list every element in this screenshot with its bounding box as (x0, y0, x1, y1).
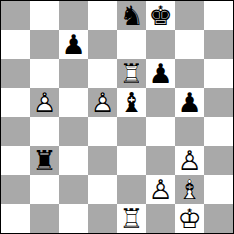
square-e1[interactable]: ♜♖ (117, 204, 146, 233)
white-rook-piece: ♜♖ (117, 59, 146, 88)
square-f2[interactable]: ♟♙ (146, 175, 175, 204)
square-b5[interactable]: ♟♙ (30, 88, 59, 117)
square-h2[interactable] (204, 175, 233, 204)
square-h5[interactable] (204, 88, 233, 117)
square-d8[interactable] (88, 1, 117, 30)
square-a2[interactable] (1, 175, 30, 204)
square-h1[interactable] (204, 204, 233, 233)
square-g7[interactable] (175, 30, 204, 59)
black-pawn-piece: ♟ (146, 59, 175, 88)
square-g5[interactable]: ♟ (175, 88, 204, 117)
square-a3[interactable] (1, 146, 30, 175)
square-g1[interactable]: ♚♔ (175, 204, 204, 233)
square-c2[interactable] (59, 175, 88, 204)
square-h6[interactable] (204, 59, 233, 88)
square-a7[interactable] (1, 30, 30, 59)
square-b2[interactable] (30, 175, 59, 204)
black-rook-piece: ♜ (30, 146, 59, 175)
square-c3[interactable] (59, 146, 88, 175)
square-e8[interactable]: ♞ (117, 1, 146, 30)
square-b8[interactable] (30, 1, 59, 30)
square-e2[interactable] (117, 175, 146, 204)
square-c4[interactable] (59, 117, 88, 146)
square-f8[interactable]: ♚ (146, 1, 175, 30)
white-pawn-piece: ♟♙ (175, 146, 204, 175)
square-h7[interactable] (204, 30, 233, 59)
square-b3[interactable]: ♜ (30, 146, 59, 175)
square-b4[interactable] (30, 117, 59, 146)
square-e3[interactable] (117, 146, 146, 175)
square-d4[interactable] (88, 117, 117, 146)
black-knight-piece: ♞ (117, 1, 146, 30)
square-f6[interactable]: ♟ (146, 59, 175, 88)
square-g3[interactable]: ♟♙ (175, 146, 204, 175)
square-d7[interactable] (88, 30, 117, 59)
square-a8[interactable] (1, 1, 30, 30)
square-b6[interactable] (30, 59, 59, 88)
white-king-piece: ♚♔ (175, 204, 204, 233)
black-bishop-piece: ♝ (117, 88, 146, 117)
black-pawn-piece: ♟ (175, 88, 204, 117)
square-c5[interactable] (59, 88, 88, 117)
square-d6[interactable] (88, 59, 117, 88)
square-d5[interactable]: ♟♙ (88, 88, 117, 117)
square-e4[interactable] (117, 117, 146, 146)
square-f4[interactable] (146, 117, 175, 146)
square-d2[interactable] (88, 175, 117, 204)
square-a1[interactable] (1, 204, 30, 233)
square-f1[interactable] (146, 204, 175, 233)
square-e7[interactable] (117, 30, 146, 59)
square-f3[interactable] (146, 146, 175, 175)
square-h8[interactable] (204, 1, 233, 30)
black-pawn-piece: ♟ (59, 30, 88, 59)
square-c7[interactable]: ♟ (59, 30, 88, 59)
square-g4[interactable] (175, 117, 204, 146)
square-f5[interactable] (146, 88, 175, 117)
black-king-piece: ♚ (146, 1, 175, 30)
square-h4[interactable] (204, 117, 233, 146)
square-g8[interactable] (175, 1, 204, 30)
square-d1[interactable] (88, 204, 117, 233)
square-c6[interactable] (59, 59, 88, 88)
square-b1[interactable] (30, 204, 59, 233)
white-rook-piece: ♜♖ (117, 204, 146, 233)
white-pawn-piece: ♟♙ (146, 175, 175, 204)
square-g2[interactable]: ♝♗ (175, 175, 204, 204)
square-c8[interactable] (59, 1, 88, 30)
square-a6[interactable] (1, 59, 30, 88)
square-g6[interactable] (175, 59, 204, 88)
square-d3[interactable] (88, 146, 117, 175)
square-a4[interactable] (1, 117, 30, 146)
square-b7[interactable] (30, 30, 59, 59)
square-f7[interactable] (146, 30, 175, 59)
chess-board: ♞♚♟♜♖♟♟♙♟♙♝♟♜♟♙♟♙♝♗♜♖♚♔ (0, 0, 234, 234)
white-pawn-piece: ♟♙ (30, 88, 59, 117)
square-e6[interactable]: ♜♖ (117, 59, 146, 88)
square-e5[interactable]: ♝ (117, 88, 146, 117)
white-pawn-piece: ♟♙ (88, 88, 117, 117)
square-a5[interactable] (1, 88, 30, 117)
square-c1[interactable] (59, 204, 88, 233)
square-h3[interactable] (204, 146, 233, 175)
white-bishop-piece: ♝♗ (175, 175, 204, 204)
